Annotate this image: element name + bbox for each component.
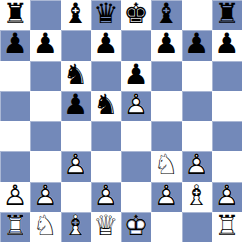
square-a1[interactable]: ♜♖ bbox=[0, 212, 30, 242]
square-h4[interactable] bbox=[212, 121, 242, 151]
piece-white-pawn: ♟♙ bbox=[124, 91, 149, 119]
piece-outline: ♖ bbox=[214, 209, 239, 242]
piece-outline: ♙ bbox=[214, 179, 239, 212]
piece-white-rook: ♜♖ bbox=[3, 212, 28, 240]
piece-outline: ♙ bbox=[154, 179, 179, 212]
square-a6[interactable] bbox=[0, 61, 30, 91]
piece-black-pawn: ♟ bbox=[93, 30, 118, 58]
piece-black-pawn: ♟ bbox=[3, 30, 28, 58]
piece-outline: ♘ bbox=[154, 148, 179, 181]
square-c3[interactable]: ♟♙ bbox=[61, 151, 91, 181]
square-h5[interactable] bbox=[212, 91, 242, 121]
square-e1[interactable]: ♚♔ bbox=[121, 212, 151, 242]
square-a8[interactable]: ♜ bbox=[0, 0, 30, 30]
square-d7[interactable]: ♟ bbox=[91, 30, 121, 60]
piece-white-bishop: ♝♗ bbox=[184, 182, 209, 210]
square-a2[interactable]: ♟♙ bbox=[0, 182, 30, 212]
square-g2[interactable]: ♝♗ bbox=[182, 182, 212, 212]
square-b5[interactable] bbox=[30, 91, 60, 121]
square-f1[interactable] bbox=[151, 212, 181, 242]
square-h7[interactable]: ♟ bbox=[212, 30, 242, 60]
piece-black-rook: ♜ bbox=[214, 0, 239, 28]
chess-board: ♜♝♛♚♝♜♟♟♟♟♟♟♞♟♟♞♟♙♟♙♞♘♟♙♟♙♟♙♟♙♟♙♝♗♟♙♜♖♞♘… bbox=[0, 0, 242, 242]
piece-white-pawn: ♟♙ bbox=[3, 182, 28, 210]
square-e5[interactable]: ♟♙ bbox=[121, 91, 151, 121]
square-f2[interactable]: ♟♙ bbox=[151, 182, 181, 212]
piece-black-pawn: ♟ bbox=[33, 30, 58, 58]
square-g4[interactable] bbox=[182, 121, 212, 151]
square-a3[interactable] bbox=[0, 151, 30, 181]
square-d1[interactable]: ♛♕ bbox=[91, 212, 121, 242]
piece-outline: ♙ bbox=[33, 179, 58, 212]
square-e7[interactable] bbox=[121, 30, 151, 60]
square-d5[interactable]: ♞ bbox=[91, 91, 121, 121]
square-d3[interactable] bbox=[91, 151, 121, 181]
piece-black-king: ♚ bbox=[124, 0, 149, 28]
piece-white-rook: ♜♖ bbox=[214, 212, 239, 240]
square-h6[interactable] bbox=[212, 61, 242, 91]
square-g8[interactable] bbox=[182, 0, 212, 30]
square-b6[interactable] bbox=[30, 61, 60, 91]
piece-white-pawn: ♟♙ bbox=[93, 182, 118, 210]
piece-outline: ♗ bbox=[184, 179, 209, 212]
square-h3[interactable] bbox=[212, 151, 242, 181]
piece-black-pawn: ♟ bbox=[154, 30, 179, 58]
piece-black-queen: ♛ bbox=[93, 0, 118, 28]
square-h1[interactable]: ♜♖ bbox=[212, 212, 242, 242]
piece-black-bishop: ♝ bbox=[63, 0, 88, 28]
piece-black-pawn: ♟ bbox=[184, 30, 209, 58]
piece-white-knight: ♞♘ bbox=[33, 212, 58, 240]
piece-white-pawn: ♟♙ bbox=[214, 182, 239, 210]
piece-outline: ♙ bbox=[3, 179, 28, 212]
piece-white-knight: ♞♘ bbox=[154, 151, 179, 179]
square-f8[interactable]: ♝ bbox=[151, 0, 181, 30]
square-d2[interactable]: ♟♙ bbox=[91, 182, 121, 212]
square-c2[interactable] bbox=[61, 182, 91, 212]
square-e6[interactable]: ♟ bbox=[121, 61, 151, 91]
square-c1[interactable]: ♝♗ bbox=[61, 212, 91, 242]
square-a5[interactable] bbox=[0, 91, 30, 121]
square-a4[interactable] bbox=[0, 121, 30, 151]
square-c6[interactable]: ♞ bbox=[61, 61, 91, 91]
piece-black-pawn: ♟ bbox=[124, 61, 149, 89]
square-d6[interactable] bbox=[91, 61, 121, 91]
piece-outline: ♘ bbox=[33, 209, 58, 242]
piece-black-knight: ♞ bbox=[63, 61, 88, 89]
piece-outline: ♙ bbox=[184, 148, 209, 181]
square-a7[interactable]: ♟ bbox=[0, 30, 30, 60]
square-h8[interactable]: ♜ bbox=[212, 0, 242, 30]
square-c8[interactable]: ♝ bbox=[61, 0, 91, 30]
square-g3[interactable]: ♟♙ bbox=[182, 151, 212, 181]
square-g5[interactable] bbox=[182, 91, 212, 121]
square-h2[interactable]: ♟♙ bbox=[212, 182, 242, 212]
piece-black-rook: ♜ bbox=[3, 0, 28, 28]
piece-outline: ♔ bbox=[124, 209, 149, 242]
piece-outline: ♖ bbox=[3, 209, 28, 242]
square-e3[interactable] bbox=[121, 151, 151, 181]
square-b7[interactable]: ♟ bbox=[30, 30, 60, 60]
piece-white-queen: ♛♕ bbox=[93, 212, 118, 240]
square-f7[interactable]: ♟ bbox=[151, 30, 181, 60]
square-b8[interactable] bbox=[30, 0, 60, 30]
square-f5[interactable] bbox=[151, 91, 181, 121]
square-d4[interactable] bbox=[91, 121, 121, 151]
square-f6[interactable] bbox=[151, 61, 181, 91]
piece-outline: ♙ bbox=[93, 179, 118, 212]
piece-outline: ♙ bbox=[63, 148, 88, 181]
piece-black-knight: ♞ bbox=[93, 91, 118, 119]
square-c7[interactable] bbox=[61, 30, 91, 60]
square-e4[interactable] bbox=[121, 121, 151, 151]
square-e2[interactable] bbox=[121, 182, 151, 212]
piece-black-pawn: ♟ bbox=[63, 91, 88, 119]
piece-white-king: ♚♔ bbox=[124, 212, 149, 240]
square-g6[interactable] bbox=[182, 61, 212, 91]
piece-outline: ♕ bbox=[93, 209, 118, 242]
square-b2[interactable]: ♟♙ bbox=[30, 182, 60, 212]
piece-outline: ♗ bbox=[63, 209, 88, 242]
square-g7[interactable]: ♟ bbox=[182, 30, 212, 60]
square-d8[interactable]: ♛ bbox=[91, 0, 121, 30]
piece-white-pawn: ♟♙ bbox=[184, 151, 209, 179]
square-f3[interactable]: ♞♘ bbox=[151, 151, 181, 181]
piece-black-bishop: ♝ bbox=[154, 0, 179, 28]
piece-white-bishop: ♝♗ bbox=[63, 212, 88, 240]
piece-white-pawn: ♟♙ bbox=[63, 151, 88, 179]
piece-white-pawn: ♟♙ bbox=[33, 182, 58, 210]
piece-outline: ♙ bbox=[124, 88, 149, 121]
square-f4[interactable] bbox=[151, 121, 181, 151]
square-b1[interactable]: ♞♘ bbox=[30, 212, 60, 242]
square-c5[interactable]: ♟ bbox=[61, 91, 91, 121]
square-g1[interactable] bbox=[182, 212, 212, 242]
square-e8[interactable]: ♚ bbox=[121, 0, 151, 30]
piece-white-pawn: ♟♙ bbox=[154, 182, 179, 210]
square-c4[interactable] bbox=[61, 121, 91, 151]
piece-black-pawn: ♟ bbox=[214, 30, 239, 58]
square-b4[interactable] bbox=[30, 121, 60, 151]
square-b3[interactable] bbox=[30, 151, 60, 181]
